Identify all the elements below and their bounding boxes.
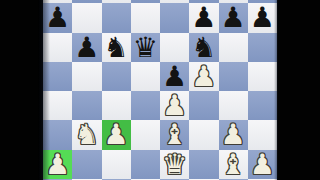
square-a5[interactable] xyxy=(43,62,72,91)
square-e2[interactable]: ♛ xyxy=(160,150,189,179)
square-b5[interactable] xyxy=(72,62,101,91)
square-h7[interactable]: ♟ xyxy=(248,3,277,32)
piece-white-rook[interactable]: ♜ xyxy=(43,179,72,180)
square-g7[interactable]: ♟ xyxy=(219,3,248,32)
square-e1[interactable] xyxy=(160,179,189,180)
square-b4[interactable] xyxy=(72,91,101,120)
piece-black-pawn[interactable]: ♟ xyxy=(219,3,248,32)
letterbox-left xyxy=(0,0,38,180)
square-e5[interactable]: ♟ xyxy=(160,62,189,91)
square-e4[interactable]: ♟ xyxy=(160,91,189,120)
piece-black-pawn[interactable]: ♟ xyxy=(189,3,218,32)
square-b6[interactable]: ♟ xyxy=(72,33,101,62)
letterbox-right xyxy=(278,0,320,180)
square-b3[interactable]: ♞ xyxy=(72,120,101,149)
square-d1[interactable] xyxy=(131,179,160,180)
square-h6[interactable] xyxy=(248,33,277,62)
piece-white-pawn[interactable]: ♟ xyxy=(189,62,218,91)
square-f1[interactable]: ♜ xyxy=(189,179,218,180)
piece-black-knight[interactable]: ♞ xyxy=(102,33,131,62)
piece-white-rook[interactable]: ♜ xyxy=(189,179,218,180)
square-c4[interactable] xyxy=(102,91,131,120)
square-h1[interactable] xyxy=(248,179,277,180)
square-e7[interactable] xyxy=(160,3,189,32)
piece-black-pawn[interactable]: ♟ xyxy=(160,62,189,91)
square-g1[interactable]: ♚ xyxy=(219,179,248,180)
piece-white-pawn[interactable]: ♟ xyxy=(102,120,131,149)
square-g6[interactable] xyxy=(219,33,248,62)
piece-white-pawn[interactable]: ♟ xyxy=(160,91,189,120)
piece-black-queen[interactable]: ♛ xyxy=(131,33,160,62)
square-b2[interactable] xyxy=(72,150,101,179)
square-e6[interactable] xyxy=(160,33,189,62)
piece-white-pawn[interactable]: ♟ xyxy=(248,150,277,179)
square-c6[interactable]: ♞ xyxy=(102,33,131,62)
piece-white-queen[interactable]: ♛ xyxy=(160,150,189,179)
square-h4[interactable] xyxy=(248,91,277,120)
square-c7[interactable] xyxy=(102,3,131,32)
piece-black-pawn[interactable]: ♟ xyxy=(72,33,101,62)
square-a3[interactable] xyxy=(43,120,72,149)
piece-black-pawn[interactable]: ♟ xyxy=(248,3,277,32)
square-f2[interactable] xyxy=(189,150,218,179)
square-g2[interactable]: ♝ xyxy=(219,150,248,179)
square-c1[interactable] xyxy=(102,179,131,180)
square-h3[interactable] xyxy=(248,120,277,149)
piece-white-pawn[interactable]: ♟ xyxy=(219,120,248,149)
square-a7[interactable]: ♟ xyxy=(43,3,72,32)
square-c3[interactable]: ♟ xyxy=(102,120,131,149)
piece-white-bishop[interactable]: ♝ xyxy=(160,120,189,149)
square-a4[interactable] xyxy=(43,91,72,120)
square-d3[interactable] xyxy=(131,120,160,149)
piece-white-king[interactable]: ♚ xyxy=(219,179,248,180)
square-g4[interactable] xyxy=(219,91,248,120)
square-f6[interactable]: ♞ xyxy=(189,33,218,62)
square-c5[interactable] xyxy=(102,62,131,91)
square-d2[interactable] xyxy=(131,150,160,179)
square-a2[interactable]: ♟ xyxy=(43,150,72,179)
square-d5[interactable] xyxy=(131,62,160,91)
square-d6[interactable]: ♛ xyxy=(131,33,160,62)
chessboard-frame: ♜♝♜♚♟♟♟♟♟♞♛♞♟♟♟♞♟♝♟♟♛♝♟♜♜♚ xyxy=(0,0,320,180)
piece-black-pawn[interactable]: ♟ xyxy=(43,3,72,32)
square-b7[interactable] xyxy=(72,3,101,32)
square-f3[interactable] xyxy=(189,120,218,149)
piece-black-knight[interactable]: ♞ xyxy=(189,33,218,62)
square-g3[interactable]: ♟ xyxy=(219,120,248,149)
square-a1[interactable]: ♜ xyxy=(43,179,72,180)
square-d4[interactable] xyxy=(131,91,160,120)
square-f7[interactable]: ♟ xyxy=(189,3,218,32)
square-h2[interactable]: ♟ xyxy=(248,150,277,179)
piece-white-knight[interactable]: ♞ xyxy=(72,120,101,149)
square-g5[interactable] xyxy=(219,62,248,91)
square-h5[interactable] xyxy=(248,62,277,91)
square-a6[interactable] xyxy=(43,33,72,62)
piece-white-pawn[interactable]: ♟ xyxy=(43,150,72,179)
square-e3[interactable]: ♝ xyxy=(160,120,189,149)
square-d7[interactable] xyxy=(131,3,160,32)
chessboard: ♜♝♜♚♟♟♟♟♟♞♛♞♟♟♟♞♟♝♟♟♛♝♟♜♜♚ xyxy=(43,0,277,180)
piece-white-bishop[interactable]: ♝ xyxy=(219,150,248,179)
square-f4[interactable] xyxy=(189,91,218,120)
square-b1[interactable] xyxy=(72,179,101,180)
square-c2[interactable] xyxy=(102,150,131,179)
square-f5[interactable]: ♟ xyxy=(189,62,218,91)
